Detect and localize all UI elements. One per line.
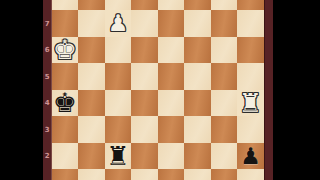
- square-f8[interactable]: [184, 0, 211, 10]
- square-h4[interactable]: ♜: [237, 90, 264, 117]
- square-h1[interactable]: [237, 169, 264, 180]
- square-h3[interactable]: [237, 116, 264, 143]
- square-a2[interactable]: [52, 143, 79, 170]
- square-c4[interactable]: [105, 90, 132, 117]
- square-e1[interactable]: [158, 169, 185, 180]
- square-h2[interactable]: ♟: [237, 143, 264, 170]
- white-king: ♚: [53, 37, 77, 64]
- square-b6[interactable]: [78, 37, 105, 64]
- square-f1[interactable]: [184, 169, 211, 180]
- square-g8[interactable]: [211, 0, 238, 10]
- square-e6[interactable]: [158, 37, 185, 64]
- square-a4[interactable]: ♚: [52, 90, 79, 117]
- square-b2[interactable]: [78, 143, 105, 170]
- square-e8[interactable]: [158, 0, 185, 10]
- square-e4[interactable]: [158, 90, 185, 117]
- rank-label-3: 3: [43, 126, 52, 134]
- square-h6[interactable]: [237, 37, 264, 64]
- square-c5[interactable]: [105, 63, 132, 90]
- square-f3[interactable]: [184, 116, 211, 143]
- square-d6[interactable]: [131, 37, 158, 64]
- letterbox-right: [273, 0, 320, 180]
- square-a8[interactable]: [52, 0, 79, 10]
- square-g2[interactable]: [211, 143, 238, 170]
- video-frame: ♟♚♚♜♜♟ 765432: [0, 0, 320, 180]
- square-h5[interactable]: [237, 63, 264, 90]
- black-pawn: ♟: [240, 143, 261, 170]
- square-d1[interactable]: [131, 169, 158, 180]
- chess-board: ♟♚♚♜♜♟: [52, 0, 264, 180]
- square-g1[interactable]: [211, 169, 238, 180]
- square-f2[interactable]: [184, 143, 211, 170]
- square-c6[interactable]: [105, 37, 132, 64]
- square-b1[interactable]: [78, 169, 105, 180]
- white-rook: ♜: [239, 90, 262, 117]
- square-e5[interactable]: [158, 63, 185, 90]
- square-f4[interactable]: [184, 90, 211, 117]
- rank-label-2: 2: [43, 152, 52, 160]
- square-g3[interactable]: [211, 116, 238, 143]
- square-g5[interactable]: [211, 63, 238, 90]
- square-b7[interactable]: [78, 10, 105, 37]
- rank-label-4: 4: [43, 99, 52, 107]
- square-h8[interactable]: [237, 0, 264, 10]
- square-a1[interactable]: [52, 169, 79, 180]
- square-g6[interactable]: [211, 37, 238, 64]
- square-d5[interactable]: [131, 63, 158, 90]
- square-c8[interactable]: [105, 0, 132, 10]
- square-c3[interactable]: [105, 116, 132, 143]
- square-c7[interactable]: ♟: [105, 10, 132, 37]
- rank-label-5: 5: [43, 73, 52, 81]
- white-pawn: ♟: [108, 10, 129, 37]
- rank-label-6: 6: [43, 46, 52, 54]
- square-c1[interactable]: [105, 169, 132, 180]
- square-e2[interactable]: [158, 143, 185, 170]
- square-g4[interactable]: [211, 90, 238, 117]
- square-a7[interactable]: [52, 10, 79, 37]
- square-c2[interactable]: ♜: [105, 143, 132, 170]
- black-rook: ♜: [106, 143, 129, 170]
- square-b4[interactable]: [78, 90, 105, 117]
- square-d7[interactable]: [131, 10, 158, 37]
- square-f6[interactable]: [184, 37, 211, 64]
- letterbox-left: [0, 0, 43, 180]
- rank-label-7: 7: [43, 20, 52, 28]
- square-b8[interactable]: [78, 0, 105, 10]
- square-h7[interactable]: [237, 10, 264, 37]
- square-b5[interactable]: [78, 63, 105, 90]
- square-f7[interactable]: [184, 10, 211, 37]
- square-e7[interactable]: [158, 10, 185, 37]
- square-d8[interactable]: [131, 0, 158, 10]
- square-g7[interactable]: [211, 10, 238, 37]
- square-d4[interactable]: [131, 90, 158, 117]
- square-a5[interactable]: [52, 63, 79, 90]
- square-a6[interactable]: ♚: [52, 37, 79, 64]
- square-b3[interactable]: [78, 116, 105, 143]
- square-e3[interactable]: [158, 116, 185, 143]
- square-f5[interactable]: [184, 63, 211, 90]
- board-border-right: [264, 0, 273, 180]
- square-a3[interactable]: [52, 116, 79, 143]
- square-d2[interactable]: [131, 143, 158, 170]
- black-king: ♚: [53, 90, 77, 117]
- square-d3[interactable]: [131, 116, 158, 143]
